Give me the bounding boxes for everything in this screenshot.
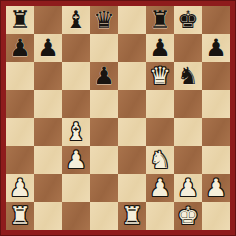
square-g1[interactable]: ♚ xyxy=(174,202,202,230)
square-g3[interactable] xyxy=(174,146,202,174)
square-a4[interactable] xyxy=(6,118,34,146)
piece-white-bishop-c4[interactable]: ♝ xyxy=(65,118,87,146)
square-b6[interactable] xyxy=(34,62,62,90)
piece-black-queen-d8[interactable]: ♛ xyxy=(93,6,115,34)
square-e6[interactable] xyxy=(118,62,146,90)
square-d8[interactable]: ♛ xyxy=(90,6,118,34)
square-g2[interactable]: ♟ xyxy=(174,174,202,202)
piece-white-rook-e1[interactable]: ♜ xyxy=(121,202,143,230)
square-f3[interactable]: ♞ xyxy=(146,146,174,174)
square-d7[interactable] xyxy=(90,34,118,62)
square-e4[interactable] xyxy=(118,118,146,146)
square-d3[interactable] xyxy=(90,146,118,174)
square-h7[interactable]: ♟ xyxy=(202,34,230,62)
square-b7[interactable]: ♟ xyxy=(34,34,62,62)
square-g5[interactable] xyxy=(174,90,202,118)
square-d6[interactable]: ♟ xyxy=(90,62,118,90)
square-f7[interactable]: ♟ xyxy=(146,34,174,62)
square-c7[interactable] xyxy=(62,34,90,62)
piece-white-king-g1[interactable]: ♚ xyxy=(177,202,199,230)
square-h8[interactable] xyxy=(202,6,230,34)
piece-black-rook-f8[interactable]: ♜ xyxy=(149,6,171,34)
piece-black-bishop-c8[interactable]: ♝ xyxy=(65,6,87,34)
square-c8[interactable]: ♝ xyxy=(62,6,90,34)
square-d2[interactable] xyxy=(90,174,118,202)
square-a5[interactable] xyxy=(6,90,34,118)
square-e8[interactable] xyxy=(118,6,146,34)
square-c4[interactable]: ♝ xyxy=(62,118,90,146)
piece-black-rook-a8[interactable]: ♜ xyxy=(9,6,31,34)
piece-white-knight-f3[interactable]: ♞ xyxy=(149,146,171,174)
square-f6[interactable]: ♛ xyxy=(146,62,174,90)
square-b2[interactable] xyxy=(34,174,62,202)
piece-black-pawn-f7[interactable]: ♟ xyxy=(149,34,171,62)
square-g7[interactable] xyxy=(174,34,202,62)
square-d5[interactable] xyxy=(90,90,118,118)
square-f2[interactable]: ♟ xyxy=(146,174,174,202)
square-e7[interactable] xyxy=(118,34,146,62)
square-h1[interactable] xyxy=(202,202,230,230)
chess-board: ♜♝♛♜♚♟♟♟♟♟♛♞♝♟♞♟♟♟♟♜♜♚ xyxy=(6,6,230,230)
square-c2[interactable] xyxy=(62,174,90,202)
square-h4[interactable] xyxy=(202,118,230,146)
piece-white-pawn-a2[interactable]: ♟ xyxy=(9,174,31,202)
square-g8[interactable]: ♚ xyxy=(174,6,202,34)
square-c3[interactable]: ♟ xyxy=(62,146,90,174)
piece-white-rook-a1[interactable]: ♜ xyxy=(9,202,31,230)
square-a6[interactable] xyxy=(6,62,34,90)
square-d1[interactable] xyxy=(90,202,118,230)
square-c6[interactable] xyxy=(62,62,90,90)
square-a8[interactable]: ♜ xyxy=(6,6,34,34)
piece-black-pawn-b7[interactable]: ♟ xyxy=(37,34,59,62)
square-b4[interactable] xyxy=(34,118,62,146)
piece-black-king-g8[interactable]: ♚ xyxy=(177,6,199,34)
piece-black-pawn-a7[interactable]: ♟ xyxy=(9,34,31,62)
square-b5[interactable] xyxy=(34,90,62,118)
square-a7[interactable]: ♟ xyxy=(6,34,34,62)
piece-black-pawn-d6[interactable]: ♟ xyxy=(93,62,115,90)
square-d4[interactable] xyxy=(90,118,118,146)
square-h6[interactable] xyxy=(202,62,230,90)
square-e1[interactable]: ♜ xyxy=(118,202,146,230)
square-g4[interactable] xyxy=(174,118,202,146)
piece-white-pawn-c3[interactable]: ♟ xyxy=(65,146,87,174)
square-e3[interactable] xyxy=(118,146,146,174)
square-f8[interactable]: ♜ xyxy=(146,6,174,34)
square-h2[interactable]: ♟ xyxy=(202,174,230,202)
square-b3[interactable] xyxy=(34,146,62,174)
square-b8[interactable] xyxy=(34,6,62,34)
square-h3[interactable] xyxy=(202,146,230,174)
square-a3[interactable] xyxy=(6,146,34,174)
square-a2[interactable]: ♟ xyxy=(6,174,34,202)
square-e5[interactable] xyxy=(118,90,146,118)
square-c5[interactable] xyxy=(62,90,90,118)
piece-white-pawn-f2[interactable]: ♟ xyxy=(149,174,171,202)
piece-white-pawn-h2[interactable]: ♟ xyxy=(205,174,227,202)
square-f1[interactable] xyxy=(146,202,174,230)
piece-white-queen-f6[interactable]: ♛ xyxy=(149,62,171,90)
piece-black-pawn-h7[interactable]: ♟ xyxy=(205,34,227,62)
piece-white-pawn-g2[interactable]: ♟ xyxy=(177,174,199,202)
square-b1[interactable] xyxy=(34,202,62,230)
piece-black-knight-g6[interactable]: ♞ xyxy=(177,62,199,90)
square-f5[interactable] xyxy=(146,90,174,118)
square-h5[interactable] xyxy=(202,90,230,118)
square-f4[interactable] xyxy=(146,118,174,146)
square-c1[interactable] xyxy=(62,202,90,230)
chess-board-frame: ♜♝♛♜♚♟♟♟♟♟♛♞♝♟♞♟♟♟♟♜♜♚ xyxy=(0,0,236,236)
square-a1[interactable]: ♜ xyxy=(6,202,34,230)
square-e2[interactable] xyxy=(118,174,146,202)
square-g6[interactable]: ♞ xyxy=(174,62,202,90)
